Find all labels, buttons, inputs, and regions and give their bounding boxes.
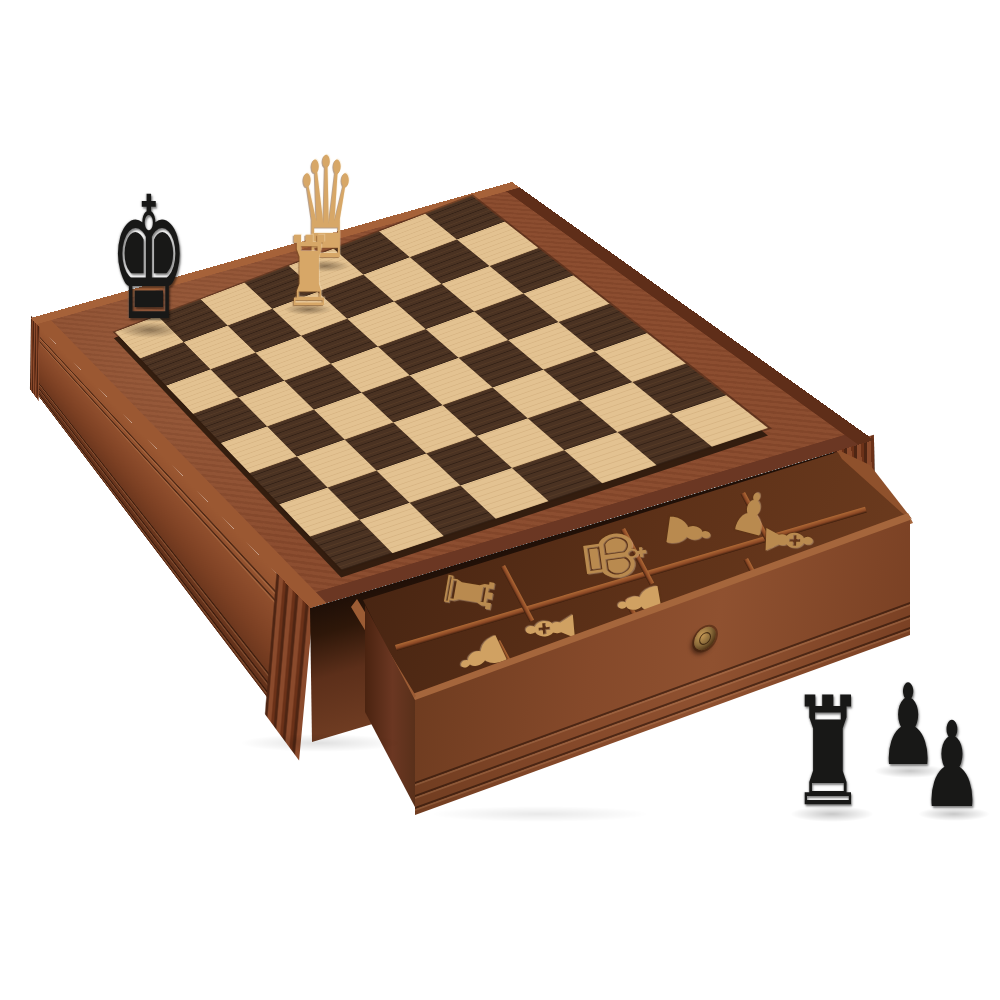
ground-shadow: [240, 734, 400, 752]
stored-pawn-glyph: ♟: [657, 509, 720, 556]
drawer-knob[interactable]: [694, 624, 716, 654]
ground-shadow: [430, 806, 650, 822]
stored-king-glyph: ♚: [568, 522, 659, 590]
black-king-glyph: ♚: [109, 174, 188, 344]
chess-box-product-photo: ♜ ♟ ♝ ♚ ♟ ♟ ♝ ♟ ♚ ♛ ♜ ♜ ♟ ♟: [0, 0, 1000, 1000]
loose-black-pawn-glyph: ♟: [921, 706, 982, 824]
loose-black-rook-glyph: ♜: [791, 677, 865, 827]
white-rook-glyph: ♜: [285, 224, 333, 320]
fluted-corner-post: [30, 316, 40, 401]
